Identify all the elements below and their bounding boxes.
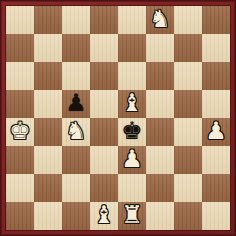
- square-c5[interactable]: ♟: [62, 90, 90, 118]
- square-a2[interactable]: [6, 174, 34, 202]
- square-d8[interactable]: [90, 6, 118, 34]
- square-h5[interactable]: [202, 90, 230, 118]
- square-e3[interactable]: ♟: [118, 146, 146, 174]
- square-h2[interactable]: [202, 174, 230, 202]
- square-a8[interactable]: [6, 6, 34, 34]
- square-d3[interactable]: [90, 146, 118, 174]
- square-h6[interactable]: [202, 62, 230, 90]
- square-f2[interactable]: [146, 174, 174, 202]
- square-c6[interactable]: [62, 62, 90, 90]
- square-f5[interactable]: [146, 90, 174, 118]
- square-b5[interactable]: [34, 90, 62, 118]
- square-f7[interactable]: [146, 34, 174, 62]
- square-e1[interactable]: ♜: [118, 202, 146, 230]
- square-b6[interactable]: [34, 62, 62, 90]
- piece-white-king-a4[interactable]: ♚: [9, 119, 31, 143]
- piece-white-rook-e1[interactable]: ♜: [121, 203, 143, 227]
- square-f8[interactable]: ♞: [146, 6, 174, 34]
- square-a4[interactable]: ♚: [6, 118, 34, 146]
- square-b4[interactable]: [34, 118, 62, 146]
- square-g7[interactable]: [174, 34, 202, 62]
- square-d6[interactable]: [90, 62, 118, 90]
- square-b1[interactable]: [34, 202, 62, 230]
- piece-white-bishop-d1[interactable]: ♝: [93, 203, 115, 227]
- square-c3[interactable]: [62, 146, 90, 174]
- piece-white-pawn-e3[interactable]: ♟: [121, 147, 143, 171]
- square-e6[interactable]: [118, 62, 146, 90]
- piece-white-knight-c4[interactable]: ♞: [65, 119, 87, 143]
- board: ♞♟♝♚♞♚♟♟♝♜: [6, 6, 230, 230]
- square-c4[interactable]: ♞: [62, 118, 90, 146]
- square-d5[interactable]: [90, 90, 118, 118]
- square-h1[interactable]: [202, 202, 230, 230]
- piece-white-knight-f8[interactable]: ♞: [149, 7, 171, 31]
- square-h7[interactable]: [202, 34, 230, 62]
- square-f6[interactable]: [146, 62, 174, 90]
- square-c8[interactable]: [62, 6, 90, 34]
- square-f4[interactable]: [146, 118, 174, 146]
- square-e8[interactable]: [118, 6, 146, 34]
- square-a1[interactable]: [6, 202, 34, 230]
- square-a5[interactable]: [6, 90, 34, 118]
- square-d7[interactable]: [90, 34, 118, 62]
- square-e5[interactable]: ♝: [118, 90, 146, 118]
- square-b7[interactable]: [34, 34, 62, 62]
- square-c7[interactable]: [62, 34, 90, 62]
- square-c1[interactable]: [62, 202, 90, 230]
- square-a6[interactable]: [6, 62, 34, 90]
- square-a7[interactable]: [6, 34, 34, 62]
- square-f3[interactable]: [146, 146, 174, 174]
- piece-black-king-e4[interactable]: ♚: [121, 119, 143, 143]
- square-g3[interactable]: [174, 146, 202, 174]
- square-g8[interactable]: [174, 6, 202, 34]
- square-g1[interactable]: [174, 202, 202, 230]
- square-h4[interactable]: ♟: [202, 118, 230, 146]
- square-g4[interactable]: [174, 118, 202, 146]
- board-frame: ♞♟♝♚♞♚♟♟♝♜: [0, 0, 236, 236]
- square-h8[interactable]: [202, 6, 230, 34]
- square-b3[interactable]: [34, 146, 62, 174]
- square-d2[interactable]: [90, 174, 118, 202]
- square-d1[interactable]: ♝: [90, 202, 118, 230]
- square-h3[interactable]: [202, 146, 230, 174]
- square-g2[interactable]: [174, 174, 202, 202]
- square-g6[interactable]: [174, 62, 202, 90]
- square-g5[interactable]: [174, 90, 202, 118]
- piece-white-pawn-h4[interactable]: ♟: [205, 119, 227, 143]
- square-e4[interactable]: ♚: [118, 118, 146, 146]
- square-e7[interactable]: [118, 34, 146, 62]
- square-d4[interactable]: [90, 118, 118, 146]
- square-a3[interactable]: [6, 146, 34, 174]
- square-f1[interactable]: [146, 202, 174, 230]
- piece-white-bishop-e5[interactable]: ♝: [121, 91, 143, 115]
- piece-black-pawn-c5[interactable]: ♟: [65, 91, 87, 115]
- square-b8[interactable]: [34, 6, 62, 34]
- square-e2[interactable]: [118, 174, 146, 202]
- square-b2[interactable]: [34, 174, 62, 202]
- square-c2[interactable]: [62, 174, 90, 202]
